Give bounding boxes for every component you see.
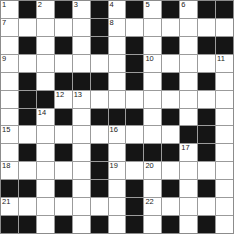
white-cell-r4c12[interactable] [216,73,233,90]
black-cell-r8c5 [91,144,108,161]
black-cell-r12c3 [55,216,72,233]
white-cell-r5c6[interactable] [109,91,126,108]
white-cell-r9c12[interactable] [216,162,233,179]
clue-number-21: 21 [2,198,10,206]
white-cell-r3c10[interactable] [180,55,197,72]
white-cell-r1c3[interactable] [55,19,72,36]
white-cell-r12c10[interactable] [180,216,197,233]
white-cell-r4c6[interactable] [109,73,126,90]
white-cell-r5c12[interactable] [216,91,233,108]
white-cell-r2c4[interactable] [73,37,90,54]
white-cell-r5c7[interactable] [126,91,143,108]
black-cell-r4c9 [162,73,179,90]
black-cell-r3c7 [126,55,143,72]
white-cell-r3c9[interactable] [162,55,179,72]
clue-number-12: 12 [56,91,64,99]
white-cell-r0c10[interactable]: 6 [180,1,197,18]
white-cell-r0c2[interactable]: 2 [37,1,54,18]
white-cell-r10c12[interactable] [216,180,233,197]
white-cell-r7c1[interactable] [19,126,36,143]
black-cell-r7c11 [198,126,215,143]
black-cell-r4c11 [198,73,215,90]
black-cell-r12c9 [162,216,179,233]
white-cell-r7c0[interactable]: 15 [1,126,18,143]
white-cell-r12c8[interactable] [144,216,161,233]
white-cell-r12c4[interactable] [73,216,90,233]
clue-number-2: 2 [38,1,42,9]
black-cell-r12c11 [198,216,215,233]
white-cell-r5c10[interactable] [180,91,197,108]
black-cell-r6c1 [19,109,36,126]
clue-number-6: 6 [181,1,185,9]
white-cell-r1c9[interactable] [162,19,179,36]
black-cell-r5c1 [19,91,36,108]
black-cell-r8c11 [198,144,215,161]
white-cell-r1c11[interactable] [198,19,215,36]
white-cell-r10c10[interactable] [180,180,197,197]
white-cell-r1c8[interactable] [144,19,161,36]
white-cell-r12c6[interactable] [109,216,126,233]
black-cell-r5c2 [37,91,54,108]
white-cell-r3c2[interactable] [37,55,54,72]
black-cell-r0c1 [19,1,36,18]
white-cell-r11c9[interactable] [162,198,179,215]
white-cell-r9c2[interactable] [37,162,54,179]
white-cell-r11c4[interactable] [73,198,90,215]
white-cell-r11c2[interactable] [37,198,54,215]
black-cell-r8c7 [126,144,143,161]
black-cell-r0c7 [126,1,143,18]
clue-number-18: 18 [2,162,10,170]
black-cell-r8c1 [19,144,36,161]
black-cell-r10c5 [91,180,108,197]
black-cell-r2c7 [126,37,143,54]
black-cell-r10c7 [126,180,143,197]
clue-number-7: 7 [2,19,6,27]
white-cell-r3c8[interactable]: 10 [144,55,161,72]
white-cell-r11c10[interactable] [180,198,197,215]
white-cell-r5c4[interactable]: 13 [73,91,90,108]
black-cell-r10c1 [19,180,36,197]
white-cell-r10c6[interactable] [109,180,126,197]
black-cell-r4c1 [19,73,36,90]
clue-number-8: 8 [110,19,114,27]
white-cell-r9c4[interactable] [73,162,90,179]
white-cell-r7c5[interactable] [91,126,108,143]
white-cell-r9c3[interactable] [55,162,72,179]
black-cell-r4c4 [73,73,90,90]
white-cell-r6c4[interactable] [73,109,90,126]
black-cell-r8c9 [162,144,179,161]
white-cell-r3c3[interactable] [55,55,72,72]
black-cell-r6c11 [198,109,215,126]
white-cell-r10c8[interactable] [144,180,161,197]
white-cell-r10c2[interactable] [37,180,54,197]
white-cell-r3c12[interactable]: 11 [216,55,233,72]
black-cell-r2c5 [91,37,108,54]
white-cell-r1c1[interactable] [19,19,36,36]
clue-number-17: 17 [181,144,189,152]
white-cell-r9c9[interactable] [162,162,179,179]
black-cell-r12c7 [126,216,143,233]
white-cell-r5c3[interactable]: 12 [55,91,72,108]
black-cell-r12c1 [19,216,36,233]
black-cell-r6c6 [109,109,126,126]
clue-number-20: 20 [145,162,153,170]
white-cell-r11c12[interactable] [216,198,233,215]
white-cell-r2c10[interactable] [180,37,197,54]
white-cell-r11c11[interactable] [198,198,215,215]
black-cell-r0c12 [216,1,233,18]
white-cell-r1c10[interactable] [180,19,197,36]
white-cell-r9c8[interactable]: 20 [144,162,161,179]
black-cell-r2c12 [216,37,233,54]
white-cell-r11c5[interactable] [91,198,108,215]
clue-number-13: 13 [74,91,82,99]
black-cell-r4c5 [91,73,108,90]
white-cell-r1c12[interactable] [216,19,233,36]
white-cell-r11c3[interactable] [55,198,72,215]
white-cell-r1c2[interactable] [37,19,54,36]
white-cell-r5c11[interactable] [198,91,215,108]
white-cell-r4c10[interactable] [180,73,197,90]
white-cell-r8c6[interactable] [109,144,126,161]
black-cell-r0c5 [91,1,108,18]
white-cell-r9c7[interactable] [126,162,143,179]
crossword-grid: 12345678910111213141516171819202122 [0,0,234,234]
clue-number-4: 4 [110,1,114,9]
white-cell-r3c11[interactable] [198,55,215,72]
black-cell-r6c5 [91,109,108,126]
black-cell-r8c8 [144,144,161,161]
white-cell-r0c8[interactable]: 5 [144,1,161,18]
white-cell-r4c0[interactable] [1,73,18,90]
white-cell-r6c2[interactable]: 14 [37,109,54,126]
white-cell-r6c8[interactable] [144,109,161,126]
black-cell-r2c11 [198,37,215,54]
black-cell-r6c7 [126,109,143,126]
white-cell-r7c9[interactable] [162,126,179,143]
white-cell-r7c8[interactable] [144,126,161,143]
clue-number-1: 1 [2,1,6,9]
clue-number-10: 10 [145,55,153,63]
white-cell-r5c9[interactable] [162,91,179,108]
black-cell-r6c3 [55,109,72,126]
white-cell-r8c0[interactable] [1,144,18,161]
white-cell-r3c0[interactable]: 9 [1,55,18,72]
black-cell-r1c5 [91,19,108,36]
white-cell-r2c8[interactable] [144,37,161,54]
white-cell-r11c6[interactable] [109,198,126,215]
clue-number-3: 3 [74,1,78,9]
white-cell-r8c4[interactable] [73,144,90,161]
white-cell-r3c6[interactable] [109,55,126,72]
clue-number-22: 22 [145,198,153,206]
black-cell-r12c5 [91,216,108,233]
black-cell-r10c9 [162,180,179,197]
black-cell-r7c10 [180,126,197,143]
white-cell-r9c6[interactable]: 19 [109,162,126,179]
white-cell-r2c2[interactable] [37,37,54,54]
white-cell-r5c8[interactable] [144,91,161,108]
black-cell-r0c3 [55,1,72,18]
white-cell-r0c6[interactable]: 4 [109,1,126,18]
black-cell-r10c0 [1,180,18,197]
white-cell-r5c0[interactable] [1,91,18,108]
black-cell-r6c9 [162,109,179,126]
black-cell-r12c0 [1,216,18,233]
black-cell-r11c7 [126,198,143,215]
black-cell-r8c3 [55,144,72,161]
white-cell-r5c5[interactable] [91,91,108,108]
black-cell-r9c5 [91,162,108,179]
white-cell-r12c12[interactable] [216,216,233,233]
black-cell-r0c11 [198,1,215,18]
white-cell-r9c11[interactable] [198,162,215,179]
clue-number-5: 5 [145,1,149,9]
white-cell-r1c4[interactable] [73,19,90,36]
clue-number-11: 11 [217,55,225,63]
black-cell-r2c1 [19,37,36,54]
white-cell-r9c10[interactable] [180,162,197,179]
white-cell-r7c6[interactable]: 16 [109,126,126,143]
clue-number-16: 16 [110,126,118,134]
black-cell-r0c9 [162,1,179,18]
white-cell-r9c1[interactable] [19,162,36,179]
white-cell-r8c12[interactable] [216,144,233,161]
white-cell-r7c12[interactable] [216,126,233,143]
clue-number-15: 15 [2,126,10,134]
white-cell-r9c0[interactable]: 18 [1,162,18,179]
white-cell-r8c10[interactable]: 17 [180,144,197,161]
white-cell-r4c8[interactable] [144,73,161,90]
white-cell-r12c2[interactable] [37,216,54,233]
white-cell-r4c2[interactable] [37,73,54,90]
clue-number-19: 19 [110,162,118,170]
white-cell-r1c7[interactable] [126,19,143,36]
black-cell-r2c9 [162,37,179,54]
clue-number-9: 9 [2,55,6,63]
white-cell-r7c3[interactable] [55,126,72,143]
black-cell-r10c11 [198,180,215,197]
black-cell-r4c3 [55,73,72,90]
white-cell-r8c2[interactable] [37,144,54,161]
white-cell-r0c0[interactable]: 1 [1,1,18,18]
white-cell-r1c6[interactable]: 8 [109,19,126,36]
white-cell-r3c4[interactable] [73,55,90,72]
white-cell-r0c4[interactable]: 3 [73,1,90,18]
white-cell-r1c0[interactable]: 7 [1,19,18,36]
white-cell-r11c8[interactable]: 22 [144,198,161,215]
white-cell-r6c10[interactable] [180,109,197,126]
white-cell-r6c0[interactable] [1,109,18,126]
white-cell-r7c7[interactable] [126,126,143,143]
white-cell-r2c6[interactable] [109,37,126,54]
white-cell-r7c4[interactable] [73,126,90,143]
white-cell-r2c0[interactable] [1,37,18,54]
white-cell-r11c0[interactable]: 21 [1,198,18,215]
black-cell-r4c7 [126,73,143,90]
crossword-board: 12345678910111213141516171819202122 [0,0,234,234]
white-cell-r7c2[interactable] [37,126,54,143]
black-cell-r10c3 [55,180,72,197]
white-cell-r10c4[interactable] [73,180,90,197]
black-cell-r2c3 [55,37,72,54]
white-cell-r3c5[interactable] [91,55,108,72]
white-cell-r3c1[interactable] [19,55,36,72]
white-cell-r6c12[interactable] [216,109,233,126]
white-cell-r11c1[interactable] [19,198,36,215]
clue-number-14: 14 [38,109,46,117]
